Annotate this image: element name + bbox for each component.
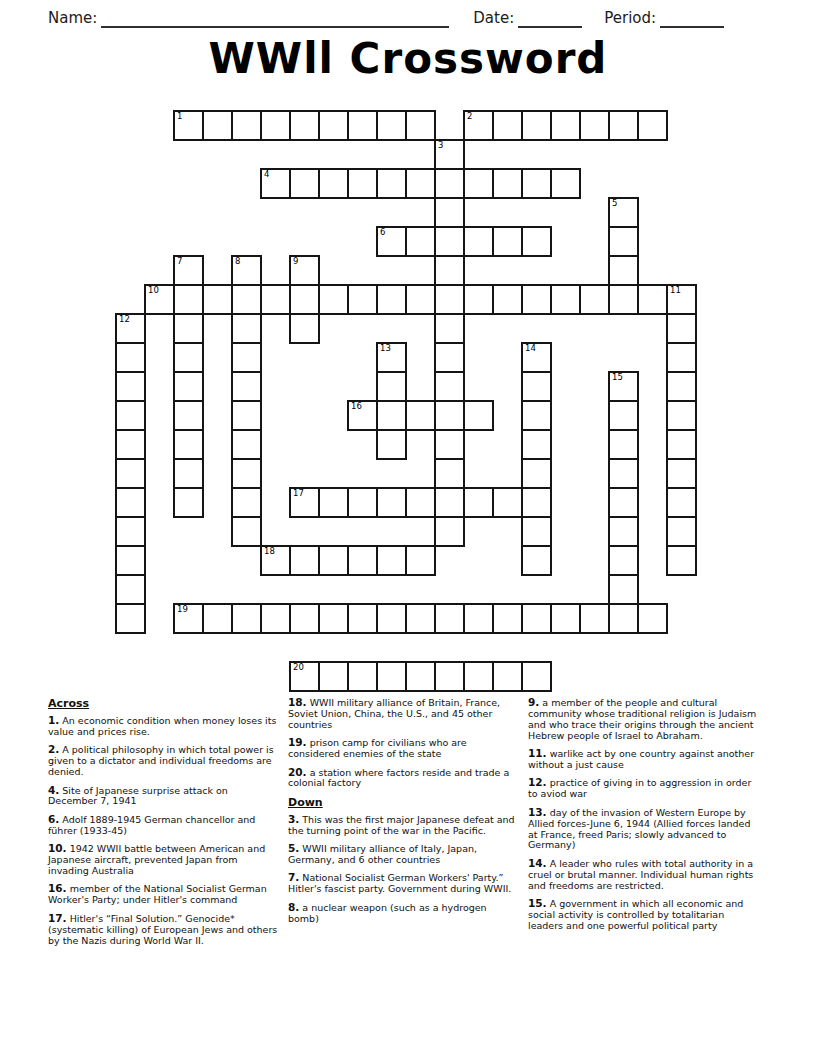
clue-number-6: 6 bbox=[380, 228, 385, 237]
grid-cell-r17c13[interactable] bbox=[493, 604, 522, 633]
grid-cell-r11c17[interactable] bbox=[609, 430, 638, 459]
grid-cell-r6c4[interactable] bbox=[232, 285, 261, 314]
clue-a10-text: 1942 WWII battle between American and Ja… bbox=[48, 843, 265, 876]
grid-cell-r2c15[interactable] bbox=[551, 169, 580, 198]
grid-cell-r17c9[interactable] bbox=[377, 604, 406, 633]
grid-cell-r19c8[interactable] bbox=[348, 662, 377, 691]
grid-cell-r19c6[interactable]: 20 bbox=[290, 662, 319, 691]
grid-cell-r13c14[interactable] bbox=[522, 488, 551, 517]
grid-cell-r10c14[interactable] bbox=[522, 401, 551, 430]
grid-cell-r6c12[interactable] bbox=[464, 285, 493, 314]
grid-cell-r7c11[interactable] bbox=[435, 314, 464, 343]
grid-cell-r1c11[interactable]: 3 bbox=[435, 140, 464, 169]
clue-number-11: 11 bbox=[670, 286, 681, 295]
grid-cell-r0c12[interactable]: 2 bbox=[464, 111, 493, 140]
grid-cell-r16c17[interactable] bbox=[609, 575, 638, 604]
grid-cell-r19c10[interactable] bbox=[406, 662, 435, 691]
grid-cell-r10c11[interactable] bbox=[435, 401, 464, 430]
clue-d12-text: practice of giving in to aggression in o… bbox=[528, 777, 751, 799]
grid-cell-r14c0[interactable] bbox=[116, 517, 145, 546]
clue-a18: 18. WWII military alliance of Britain, F… bbox=[288, 697, 518, 731]
clue-column-2: 18. WWII military alliance of Britain, F… bbox=[288, 697, 528, 953]
grid-cell-r9c11[interactable] bbox=[435, 372, 464, 401]
grid-cell-r17c7[interactable] bbox=[319, 604, 348, 633]
grid-cell-r0c17[interactable] bbox=[609, 111, 638, 140]
clue-a4-text: Site of Japanese surprise attack on Dece… bbox=[48, 785, 228, 807]
clue-a20-number: 20. bbox=[288, 766, 307, 778]
grid-cell-r13c12[interactable] bbox=[464, 488, 493, 517]
grid-cell-r13c6[interactable]: 17 bbox=[290, 488, 319, 517]
grid-cell-r0c13[interactable] bbox=[493, 111, 522, 140]
clue-d14-text: A leader who rules with total authority … bbox=[528, 858, 753, 891]
period-input-line[interactable] bbox=[660, 8, 724, 28]
clue-number-7: 7 bbox=[177, 257, 182, 266]
grid-cell-r8c19[interactable] bbox=[667, 343, 696, 372]
clue-a19-number: 19. bbox=[288, 736, 307, 748]
grid-cell-r6c19[interactable]: 11 bbox=[667, 285, 696, 314]
clue-a1: 1. An economic condition when money lose… bbox=[48, 715, 278, 738]
grid-cell-r13c19[interactable] bbox=[667, 488, 696, 517]
grid-cell-r3c17[interactable]: 5 bbox=[609, 198, 638, 227]
grid-cell-r6c9[interactable] bbox=[377, 285, 406, 314]
clue-number-12: 12 bbox=[119, 315, 130, 324]
clue-d13-number: 13. bbox=[528, 806, 547, 818]
grid-cell-r7c4[interactable] bbox=[232, 314, 261, 343]
clue-a10-number: 10. bbox=[48, 842, 67, 854]
grid-cell-r0c10[interactable] bbox=[406, 111, 435, 140]
grid-cell-r17c14[interactable] bbox=[522, 604, 551, 633]
grid-cell-r9c14[interactable] bbox=[522, 372, 551, 401]
clue-number-15: 15 bbox=[612, 373, 623, 382]
clue-a6: 6. Adolf 1889-1945 German chancellor and… bbox=[48, 814, 278, 837]
grid-cell-r13c11[interactable] bbox=[435, 488, 464, 517]
grid-cell-r0c16[interactable] bbox=[580, 111, 609, 140]
grid-cell-r2c14[interactable] bbox=[522, 169, 551, 198]
grid-cell-r9c4[interactable] bbox=[232, 372, 261, 401]
grid-cell-r17c18[interactable] bbox=[638, 604, 667, 633]
clue-a4-number: 4. bbox=[48, 784, 59, 796]
grid-cell-r17c11[interactable] bbox=[435, 604, 464, 633]
grid-cell-r10c17[interactable] bbox=[609, 401, 638, 430]
grid-cell-r0c14[interactable] bbox=[522, 111, 551, 140]
grid-cell-r11c14[interactable] bbox=[522, 430, 551, 459]
period-label: Period: bbox=[604, 8, 656, 28]
grid-cell-r15c17[interactable] bbox=[609, 546, 638, 575]
grid-cell-r19c14[interactable] bbox=[522, 662, 551, 691]
grid-cell-r14c19[interactable] bbox=[667, 517, 696, 546]
grid-cell-r2c9[interactable] bbox=[377, 169, 406, 198]
grid-cell-r9c9[interactable] bbox=[377, 372, 406, 401]
grid-cell-r11c9[interactable] bbox=[377, 430, 406, 459]
grid-cell-r17c8[interactable] bbox=[348, 604, 377, 633]
clue-d11-text: warlike act by one country against anoth… bbox=[528, 748, 754, 770]
grid-cell-r6c18[interactable] bbox=[638, 285, 667, 314]
clue-number-3: 3 bbox=[438, 141, 443, 150]
grid-cell-r4c17[interactable] bbox=[609, 227, 638, 256]
grid-cell-r9c0[interactable] bbox=[116, 372, 145, 401]
clue-d12: 12. practice of giving in to aggression … bbox=[528, 777, 758, 800]
grid-cell-r15c8[interactable] bbox=[348, 546, 377, 575]
clue-d15-number: 15. bbox=[528, 897, 547, 909]
grid-cell-r0c6[interactable] bbox=[290, 111, 319, 140]
clue-a17-text: Hitler's “Final Solution.” Genocide* (sy… bbox=[48, 913, 277, 946]
grid-cell-r5c6[interactable]: 9 bbox=[290, 256, 319, 285]
grid-cell-r17c12[interactable] bbox=[464, 604, 493, 633]
clue-a10: 10. 1942 WWII battle between American an… bbox=[48, 843, 278, 877]
name-label: Name: bbox=[48, 8, 97, 28]
grid-cell-r2c5[interactable]: 4 bbox=[261, 169, 290, 198]
grid-cell-r14c14[interactable] bbox=[522, 517, 551, 546]
grid-cell-r10c9[interactable] bbox=[377, 401, 406, 430]
clue-number-20: 20 bbox=[293, 663, 304, 672]
grid-cell-r0c3[interactable] bbox=[203, 111, 232, 140]
grid-cell-r5c11[interactable] bbox=[435, 256, 464, 285]
clue-d14: 14. A leader who rules with total author… bbox=[528, 858, 758, 892]
grid-cell-r7c19[interactable] bbox=[667, 314, 696, 343]
grid-cell-r14c17[interactable] bbox=[609, 517, 638, 546]
clue-d9: 9. a member of the people and cultural c… bbox=[528, 697, 758, 742]
clue-number-19: 19 bbox=[177, 605, 188, 614]
grid-cell-r13c17[interactable] bbox=[609, 488, 638, 517]
clue-number-10: 10 bbox=[148, 286, 159, 295]
grid-cell-r12c0[interactable] bbox=[116, 459, 145, 488]
clue-d15: 15. A government in which all economic a… bbox=[528, 898, 758, 932]
clue-a6-number: 6. bbox=[48, 813, 59, 825]
grid-cell-r17c2[interactable]: 19 bbox=[174, 604, 203, 633]
clue-number-4: 4 bbox=[264, 170, 269, 179]
clue-d13: 13. day of the invasion of Western Europ… bbox=[528, 807, 758, 852]
clue-d11: 11. warlike act by one country against a… bbox=[528, 748, 758, 771]
clue-a17-number: 17. bbox=[48, 912, 67, 924]
clue-d14-number: 14. bbox=[528, 857, 547, 869]
grid-cell-r5c17[interactable] bbox=[609, 256, 638, 285]
clue-a18-text: WWII military alliance of Britain, Franc… bbox=[288, 697, 500, 730]
grid-cell-r10c19[interactable] bbox=[667, 401, 696, 430]
grid-cell-r13c0[interactable] bbox=[116, 488, 145, 517]
grid-cell-r4c12[interactable] bbox=[464, 227, 493, 256]
name-input-line[interactable] bbox=[101, 8, 449, 28]
grid-cell-r8c9[interactable]: 13 bbox=[377, 343, 406, 372]
clue-d3: 3. This was the first major Japanese def… bbox=[288, 814, 518, 837]
clue-d9-number: 9. bbox=[528, 696, 539, 708]
grid-cell-r0c8[interactable] bbox=[348, 111, 377, 140]
grid-cell-r17c17[interactable] bbox=[609, 604, 638, 633]
grid-cell-r7c2[interactable] bbox=[174, 314, 203, 343]
grid-cell-r11c19[interactable] bbox=[667, 430, 696, 459]
grid-cell-r13c10[interactable] bbox=[406, 488, 435, 517]
grid-cell-r15c19[interactable] bbox=[667, 546, 696, 575]
grid-cell-r12c11[interactable] bbox=[435, 459, 464, 488]
grid-cell-r17c4[interactable] bbox=[232, 604, 261, 633]
grid-cell-r10c8[interactable]: 16 bbox=[348, 401, 377, 430]
grid-cell-r10c10[interactable] bbox=[406, 401, 435, 430]
grid-cell-r13c8[interactable] bbox=[348, 488, 377, 517]
clue-d11-number: 11. bbox=[528, 747, 547, 759]
clue-number-1: 1 bbox=[177, 112, 182, 121]
worksheet-header: Name: Date: Period: bbox=[48, 4, 768, 28]
grid-cell-r6c5[interactable] bbox=[261, 285, 290, 314]
grid-cell-r6c8[interactable] bbox=[348, 285, 377, 314]
grid-cell-r2c13[interactable] bbox=[493, 169, 522, 198]
grid-cell-r4c14[interactable] bbox=[522, 227, 551, 256]
grid-cell-r11c4[interactable] bbox=[232, 430, 261, 459]
grid-cell-r13c2[interactable] bbox=[174, 488, 203, 517]
down-heading: Down bbox=[288, 796, 518, 809]
grid-cell-r6c15[interactable] bbox=[551, 285, 580, 314]
grid-cell-r10c0[interactable] bbox=[116, 401, 145, 430]
grid-cell-r15c14[interactable] bbox=[522, 546, 551, 575]
clue-d13-text: day of the invasion of Western Europe by… bbox=[528, 807, 750, 851]
grid-cell-r15c7[interactable] bbox=[319, 546, 348, 575]
grid-cell-r15c9[interactable] bbox=[377, 546, 406, 575]
grid-cell-r13c13[interactable] bbox=[493, 488, 522, 517]
clue-a20-text: a station where factors reside and trade… bbox=[288, 767, 509, 789]
grid-cell-r6c16[interactable] bbox=[580, 285, 609, 314]
grid-cell-r2c7[interactable] bbox=[319, 169, 348, 198]
clue-a19: 19. prison camp for civilians who are co… bbox=[288, 737, 518, 760]
grid-cell-r12c17[interactable] bbox=[609, 459, 638, 488]
grid-cell-r13c9[interactable] bbox=[377, 488, 406, 517]
clue-number-13: 13 bbox=[380, 344, 391, 353]
clue-a2-number: 2. bbox=[48, 743, 59, 755]
clue-list: Across1. An economic condition when mone… bbox=[48, 697, 770, 953]
page-title: WWll Crossword bbox=[0, 34, 816, 83]
grid-cell-r15c10[interactable] bbox=[406, 546, 435, 575]
grid-cell-r9c2[interactable] bbox=[174, 372, 203, 401]
grid-cell-r15c0[interactable] bbox=[116, 546, 145, 575]
grid-cell-r15c5[interactable]: 18 bbox=[261, 546, 290, 575]
grid-cell-r4c9[interactable]: 6 bbox=[377, 227, 406, 256]
grid-cell-r12c14[interactable] bbox=[522, 459, 551, 488]
grid-cell-r9c19[interactable] bbox=[667, 372, 696, 401]
grid-cell-r6c1[interactable]: 10 bbox=[145, 285, 174, 314]
grid-cell-r17c0[interactable] bbox=[116, 604, 145, 633]
clue-d3-number: 3. bbox=[288, 813, 299, 825]
clue-a19-text: prison camp for civilians who are consid… bbox=[288, 737, 467, 759]
grid-cell-r10c4[interactable] bbox=[232, 401, 261, 430]
grid-cell-r8c11[interactable] bbox=[435, 343, 464, 372]
clue-d5-number: 5. bbox=[288, 842, 299, 854]
clue-number-18: 18 bbox=[264, 547, 275, 556]
grid-cell-r0c2[interactable]: 1 bbox=[174, 111, 203, 140]
grid-cell-r5c2[interactable]: 7 bbox=[174, 256, 203, 285]
grid-cell-r10c2[interactable] bbox=[174, 401, 203, 430]
date-label: Date: bbox=[473, 8, 514, 28]
grid-cell-r9c17[interactable]: 15 bbox=[609, 372, 638, 401]
clue-a4: 4. Site of Japanese surprise attack on D… bbox=[48, 785, 278, 808]
clue-d9-text: a member of the people and cultural comm… bbox=[528, 697, 756, 741]
grid-cell-r8c0[interactable] bbox=[116, 343, 145, 372]
clue-number-17: 17 bbox=[293, 489, 304, 498]
clue-d7-text: National Socialist German Workers' Party… bbox=[288, 872, 511, 894]
clue-d15-text: A government in which all economic and s… bbox=[528, 898, 743, 931]
grid-cell-r2c11[interactable] bbox=[435, 169, 464, 198]
grid-cell-r13c4[interactable] bbox=[232, 488, 261, 517]
grid-cell-r17c16[interactable] bbox=[580, 604, 609, 633]
clue-d8-number: 8. bbox=[288, 901, 299, 913]
clue-d8-text: a nuclear weapon (such as a hydrogen bom… bbox=[288, 902, 487, 924]
grid-cell-r6c11[interactable] bbox=[435, 285, 464, 314]
clue-column-3: 9. a member of the people and cultural c… bbox=[528, 697, 768, 953]
clue-a1-number: 1. bbox=[48, 714, 59, 726]
grid-cell-r19c7[interactable] bbox=[319, 662, 348, 691]
grid-cell-r14c11[interactable] bbox=[435, 517, 464, 546]
grid-cell-r2c6[interactable] bbox=[290, 169, 319, 198]
clue-number-5: 5 bbox=[612, 199, 617, 208]
grid-cell-r16c0[interactable] bbox=[116, 575, 145, 604]
clue-a2-text: A political philosophy in which total po… bbox=[48, 744, 274, 777]
clue-column-1: Across1. An economic condition when mone… bbox=[48, 697, 288, 953]
grid-cell-r7c0[interactable]: 12 bbox=[116, 314, 145, 343]
across-heading: Across bbox=[48, 697, 278, 710]
clue-d12-number: 12. bbox=[528, 776, 547, 788]
grid-cell-r19c11[interactable] bbox=[435, 662, 464, 691]
grid-cell-r0c5[interactable] bbox=[261, 111, 290, 140]
clue-a6-text: Adolf 1889-1945 German chancellor and fü… bbox=[48, 814, 255, 836]
grid-cell-r8c2[interactable] bbox=[174, 343, 203, 372]
clue-a2: 2. A political philosophy in which total… bbox=[48, 744, 278, 778]
clue-number-2: 2 bbox=[467, 112, 472, 121]
grid-cell-r17c10[interactable] bbox=[406, 604, 435, 633]
grid-cell-r19c9[interactable] bbox=[377, 662, 406, 691]
grid-cell-r12c2[interactable] bbox=[174, 459, 203, 488]
clue-d5-text: WWII military alliance of Italy, Japan, … bbox=[288, 843, 477, 865]
grid-cell-r4c10[interactable] bbox=[406, 227, 435, 256]
crossword-grid: 1234567891011121314151617181920 bbox=[116, 111, 696, 691]
grid-cell-r0c18[interactable] bbox=[638, 111, 667, 140]
grid-cell-r19c13[interactable] bbox=[493, 662, 522, 691]
grid-cell-r0c7[interactable] bbox=[319, 111, 348, 140]
clue-number-14: 14 bbox=[525, 344, 536, 353]
grid-cell-r8c4[interactable] bbox=[232, 343, 261, 372]
clue-d5: 5. WWII military alliance of Italy, Japa… bbox=[288, 843, 518, 866]
date-input-line[interactable] bbox=[518, 8, 582, 28]
grid-cell-r11c0[interactable] bbox=[116, 430, 145, 459]
clue-a18-number: 18. bbox=[288, 696, 307, 708]
grid-cell-r6c3[interactable] bbox=[203, 285, 232, 314]
grid-cell-r6c7[interactable] bbox=[319, 285, 348, 314]
grid-cell-r17c6[interactable] bbox=[290, 604, 319, 633]
grid-cell-r17c3[interactable] bbox=[203, 604, 232, 633]
clue-a16: 16. member of the National Socialist Ger… bbox=[48, 883, 278, 906]
clue-d7: 7. National Socialist German Workers' Pa… bbox=[288, 872, 518, 895]
grid-cell-r14c4[interactable] bbox=[232, 517, 261, 546]
grid-cell-r17c15[interactable] bbox=[551, 604, 580, 633]
clue-d7-number: 7. bbox=[288, 871, 299, 883]
clue-number-8: 8 bbox=[235, 257, 240, 266]
clue-number-16: 16 bbox=[351, 402, 362, 411]
clue-a20: 20. a station where factors reside and t… bbox=[288, 767, 518, 790]
grid-cell-r15c6[interactable] bbox=[290, 546, 319, 575]
grid-cell-r6c10[interactable] bbox=[406, 285, 435, 314]
clue-a16-text: member of the National Socialist German … bbox=[48, 883, 267, 905]
grid-cell-r8c14[interactable]: 14 bbox=[522, 343, 551, 372]
grid-cell-r2c12[interactable] bbox=[464, 169, 493, 198]
grid-cell-r2c8[interactable] bbox=[348, 169, 377, 198]
grid-cell-r4c13[interactable] bbox=[493, 227, 522, 256]
grid-cell-r2c10[interactable] bbox=[406, 169, 435, 198]
grid-cell-r6c17[interactable] bbox=[609, 285, 638, 314]
clue-a17: 17. Hitler's “Final Solution.” Genocide*… bbox=[48, 913, 278, 947]
grid-cell-r12c4[interactable] bbox=[232, 459, 261, 488]
grid-cell-r5c4[interactable]: 8 bbox=[232, 256, 261, 285]
grid-cell-r10c12[interactable] bbox=[464, 401, 493, 430]
grid-cell-r6c14[interactable] bbox=[522, 285, 551, 314]
clue-number-9: 9 bbox=[293, 257, 298, 266]
clue-d8: 8. a nuclear weapon (such as a hydrogen … bbox=[288, 902, 518, 925]
grid-cell-r6c2[interactable] bbox=[174, 285, 203, 314]
grid-cell-r11c11[interactable] bbox=[435, 430, 464, 459]
clue-a1-text: An economic condition when money loses i… bbox=[48, 715, 276, 737]
grid-cell-r0c4[interactable] bbox=[232, 111, 261, 140]
grid-cell-r4c11[interactable] bbox=[435, 227, 464, 256]
grid-cell-r19c12[interactable] bbox=[464, 662, 493, 691]
grid-cell-r17c5[interactable] bbox=[261, 604, 290, 633]
grid-cell-r13c7[interactable] bbox=[319, 488, 348, 517]
clue-d3-text: This was the first major Japanese defeat… bbox=[288, 814, 515, 836]
grid-cell-r11c2[interactable] bbox=[174, 430, 203, 459]
grid-cell-r6c13[interactable] bbox=[493, 285, 522, 314]
grid-cell-r12c19[interactable] bbox=[667, 459, 696, 488]
grid-cell-r7c6[interactable] bbox=[290, 314, 319, 343]
grid-cell-r0c9[interactable] bbox=[377, 111, 406, 140]
clue-a16-number: 16. bbox=[48, 882, 67, 894]
grid-cell-r3c11[interactable] bbox=[435, 198, 464, 227]
grid-cell-r6c6[interactable] bbox=[290, 285, 319, 314]
grid-cell-r0c15[interactable] bbox=[551, 111, 580, 140]
